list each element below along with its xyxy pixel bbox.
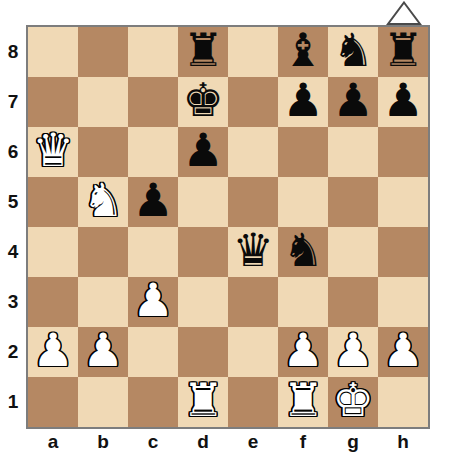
- square-a8[interactable]: [28, 27, 78, 77]
- piece-black-rook[interactable]: ♜: [382, 25, 423, 75]
- square-f5[interactable]: [278, 177, 328, 227]
- square-a6[interactable]: ♛: [28, 127, 78, 177]
- rank-labels: 87654321: [0, 27, 26, 427]
- square-b2[interactable]: ♟: [78, 327, 128, 377]
- square-e5[interactable]: [228, 177, 278, 227]
- square-g4[interactable]: [328, 227, 378, 277]
- square-e4[interactable]: ♛: [228, 227, 278, 277]
- square-h6[interactable]: [378, 127, 428, 177]
- square-g2[interactable]: ♟: [328, 327, 378, 377]
- square-c6[interactable]: [128, 127, 178, 177]
- square-g8[interactable]: ♞: [328, 27, 378, 77]
- piece-black-pawn[interactable]: ♟: [282, 75, 323, 125]
- file-label-b: b: [78, 429, 128, 455]
- piece-black-rook[interactable]: ♜: [182, 25, 223, 75]
- square-a2[interactable]: ♟: [28, 327, 78, 377]
- square-a5[interactable]: [28, 177, 78, 227]
- piece-white-knight[interactable]: ♞: [82, 175, 123, 225]
- piece-black-bishop[interactable]: ♝: [282, 25, 323, 75]
- square-c2[interactable]: [128, 327, 178, 377]
- square-d6[interactable]: ♟: [178, 127, 228, 177]
- piece-white-pawn[interactable]: ♟: [282, 325, 323, 375]
- square-a3[interactable]: [28, 277, 78, 327]
- piece-white-pawn[interactable]: ♟: [132, 275, 173, 325]
- piece-white-pawn[interactable]: ♟: [332, 325, 373, 375]
- piece-white-rook[interactable]: ♜: [182, 375, 223, 425]
- square-a7[interactable]: [28, 77, 78, 127]
- square-g5[interactable]: [328, 177, 378, 227]
- file-labels: abcdefgh: [28, 429, 428, 455]
- square-f2[interactable]: ♟: [278, 327, 328, 377]
- square-h8[interactable]: ♜: [378, 27, 428, 77]
- square-d4[interactable]: [178, 227, 228, 277]
- square-c3[interactable]: ♟: [128, 277, 178, 327]
- rank-label-4: 4: [0, 227, 26, 277]
- square-c1[interactable]: [128, 377, 178, 427]
- rank-label-1: 1: [0, 377, 26, 427]
- square-b1[interactable]: [78, 377, 128, 427]
- square-b3[interactable]: [78, 277, 128, 327]
- square-h7[interactable]: ♟: [378, 77, 428, 127]
- square-b4[interactable]: [78, 227, 128, 277]
- piece-white-rook[interactable]: ♜: [282, 375, 323, 425]
- square-d7[interactable]: ♚: [178, 77, 228, 127]
- square-e6[interactable]: [228, 127, 278, 177]
- square-a1[interactable]: [28, 377, 78, 427]
- square-d5[interactable]: [178, 177, 228, 227]
- square-g1[interactable]: ♚: [328, 377, 378, 427]
- piece-black-pawn[interactable]: ♟: [332, 75, 373, 125]
- piece-white-pawn[interactable]: ♟: [382, 325, 423, 375]
- square-g6[interactable]: [328, 127, 378, 177]
- square-d8[interactable]: ♜: [178, 27, 228, 77]
- square-d1[interactable]: ♜: [178, 377, 228, 427]
- square-h4[interactable]: [378, 227, 428, 277]
- piece-black-pawn[interactable]: ♟: [132, 175, 173, 225]
- square-b7[interactable]: [78, 77, 128, 127]
- piece-white-pawn[interactable]: ♟: [32, 325, 73, 375]
- rank-label-3: 3: [0, 277, 26, 327]
- square-c8[interactable]: [128, 27, 178, 77]
- square-e7[interactable]: [228, 77, 278, 127]
- piece-black-knight[interactable]: ♞: [282, 225, 323, 275]
- piece-white-pawn[interactable]: ♟: [82, 325, 123, 375]
- file-label-a: a: [28, 429, 78, 455]
- triangle-up-icon: [388, 3, 420, 25]
- file-label-h: h: [378, 429, 428, 455]
- piece-black-king[interactable]: ♚: [182, 75, 223, 125]
- square-e2[interactable]: [228, 327, 278, 377]
- rank-label-2: 2: [0, 327, 26, 377]
- file-label-e: e: [228, 429, 278, 455]
- square-e1[interactable]: [228, 377, 278, 427]
- square-b5[interactable]: ♞: [78, 177, 128, 227]
- square-g7[interactable]: ♟: [328, 77, 378, 127]
- piece-black-queen[interactable]: ♛: [232, 225, 273, 275]
- square-h3[interactable]: [378, 277, 428, 327]
- square-b8[interactable]: [78, 27, 128, 77]
- square-a4[interactable]: [28, 227, 78, 277]
- square-d3[interactable]: [178, 277, 228, 327]
- file-label-g: g: [328, 429, 378, 455]
- square-c4[interactable]: [128, 227, 178, 277]
- square-c7[interactable]: [128, 77, 178, 127]
- square-f4[interactable]: ♞: [278, 227, 328, 277]
- rank-label-7: 7: [0, 77, 26, 127]
- square-f1[interactable]: ♜: [278, 377, 328, 427]
- square-d2[interactable]: [178, 327, 228, 377]
- square-f7[interactable]: ♟: [278, 77, 328, 127]
- square-f3[interactable]: [278, 277, 328, 327]
- square-g3[interactable]: [328, 277, 378, 327]
- piece-black-knight[interactable]: ♞: [332, 25, 373, 75]
- square-c5[interactable]: ♟: [128, 177, 178, 227]
- square-f8[interactable]: ♝: [278, 27, 328, 77]
- square-h5[interactable]: [378, 177, 428, 227]
- rank-label-8: 8: [0, 27, 26, 77]
- board-frame: ♜♝♞♜♚♟♟♟♛♟♞♟♛♞♟♟♟♟♟♟♜♜♚: [26, 25, 430, 429]
- rank-label-6: 6: [0, 127, 26, 177]
- square-b6[interactable]: [78, 127, 128, 177]
- board-grid: ♜♝♞♜♚♟♟♟♛♟♞♟♛♞♟♟♟♟♟♟♜♜♚: [28, 27, 428, 427]
- piece-black-pawn[interactable]: ♟: [382, 75, 423, 125]
- piece-black-pawn[interactable]: ♟: [182, 125, 223, 175]
- square-e3[interactable]: [228, 277, 278, 327]
- rank-label-5: 5: [0, 177, 26, 227]
- piece-white-queen[interactable]: ♛: [32, 125, 73, 175]
- piece-white-king[interactable]: ♚: [332, 375, 373, 425]
- file-label-f: f: [278, 429, 328, 455]
- file-label-d: d: [178, 429, 228, 455]
- file-label-c: c: [128, 429, 178, 455]
- square-h1[interactable]: [378, 377, 428, 427]
- square-e8[interactable]: [228, 27, 278, 77]
- chess-diagram: 87654321 ♜♝♞♜♚♟♟♟♛♟♞♟♛♞♟♟♟♟♟♟♜♜♚ abcdefg…: [0, 0, 456, 456]
- square-h2[interactable]: ♟: [378, 327, 428, 377]
- square-f6[interactable]: [278, 127, 328, 177]
